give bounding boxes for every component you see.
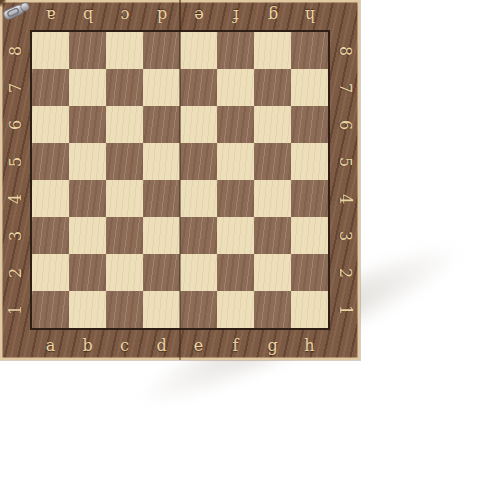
file-label-far-e: e [194,6,203,25]
square-h5 [291,143,328,180]
file-label-near-f: f [233,336,239,355]
square-h7 [291,69,328,106]
rank-label-left-7: 7 [6,82,25,92]
file-label-near-c: c [120,336,129,355]
square-c7 [106,69,143,106]
square-f3 [217,217,254,254]
square-c5 [106,143,143,180]
file-label-near-e: e [194,336,203,355]
square-c6 [106,106,143,143]
square-f6 [217,106,254,143]
square-b1 [69,291,106,328]
file-label-far-f: f [233,6,239,25]
rank-label-right-1: 1 [336,304,355,314]
square-g5 [254,143,291,180]
square-e6 [180,106,217,143]
rank-label-left-4: 4 [6,193,25,203]
square-c1 [106,291,143,328]
fold-seam [179,0,181,360]
square-f8 [217,32,254,69]
product-photo-chess-set: aabbccddeeffgghh1122334455667788 ♜♞♝♛♚♝♞… [0,0,500,500]
square-h3 [291,217,328,254]
square-f1 [217,291,254,328]
square-b2 [69,254,106,291]
file-label-near-h: h [304,336,314,355]
square-a6 [32,106,69,143]
rank-label-right-4: 4 [336,193,355,203]
file-label-far-a: a [46,6,56,25]
square-g4 [254,180,291,217]
square-e4 [180,180,217,217]
square-c2 [106,254,143,291]
square-d1 [143,291,180,328]
square-g2 [254,254,291,291]
rank-label-left-5: 5 [6,156,25,166]
square-g3 [254,217,291,254]
square-h1 [291,291,328,328]
square-g8 [254,32,291,69]
file-label-far-h: h [304,6,314,25]
rank-label-left-6: 6 [6,119,25,129]
square-e1 [180,291,217,328]
square-a5 [32,143,69,180]
file-label-far-g: g [267,6,277,25]
square-h6 [291,106,328,143]
square-c3 [106,217,143,254]
square-f5 [217,143,254,180]
rank-label-right-8: 8 [336,45,355,55]
file-label-near-d: d [156,336,166,355]
square-h8 [291,32,328,69]
file-label-far-b: b [82,6,92,25]
rank-label-right-3: 3 [336,230,355,240]
file-label-near-g: g [267,336,277,355]
square-h2 [291,254,328,291]
rank-label-right-2: 2 [336,267,355,277]
square-e8 [180,32,217,69]
square-d8 [143,32,180,69]
square-b8 [69,32,106,69]
square-d4 [143,180,180,217]
rank-label-left-2: 2 [6,267,25,277]
square-f2 [217,254,254,291]
square-g7 [254,69,291,106]
rank-label-right-7: 7 [336,82,355,92]
square-b6 [69,106,106,143]
square-b3 [69,217,106,254]
square-d3 [143,217,180,254]
file-label-near-a: a [46,336,56,355]
square-e2 [180,254,217,291]
square-e5 [180,143,217,180]
rank-label-left-1: 1 [6,304,25,314]
square-d7 [143,69,180,106]
chess-board: aabbccddeeffgghh1122334455667788 [0,0,360,360]
square-a8 [32,32,69,69]
square-c8 [106,32,143,69]
square-b7 [69,69,106,106]
square-a4 [32,180,69,217]
square-b4 [69,180,106,217]
square-a3 [32,217,69,254]
file-label-far-d: d [156,6,166,25]
square-h4 [291,180,328,217]
square-d2 [143,254,180,291]
square-e3 [180,217,217,254]
square-e7 [180,69,217,106]
square-c4 [106,180,143,217]
square-f4 [217,180,254,217]
rank-label-right-6: 6 [336,119,355,129]
square-a7 [32,69,69,106]
rank-label-left-8: 8 [6,45,25,55]
square-f7 [217,69,254,106]
square-a2 [32,254,69,291]
square-g6 [254,106,291,143]
file-label-near-b: b [82,336,92,355]
file-label-far-c: c [120,6,129,25]
square-a1 [32,291,69,328]
rank-label-right-5: 5 [336,156,355,166]
square-d6 [143,106,180,143]
square-d5 [143,143,180,180]
square-g1 [254,291,291,328]
square-b5 [69,143,106,180]
rank-label-left-3: 3 [6,230,25,240]
